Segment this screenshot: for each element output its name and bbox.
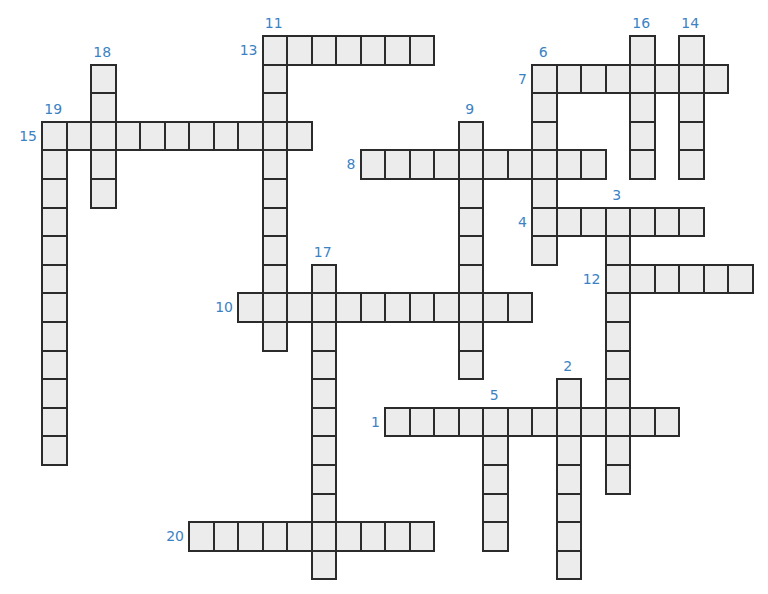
grid-cell[interactable] bbox=[311, 35, 338, 66]
grid-cell[interactable] bbox=[703, 264, 730, 295]
grid-cell[interactable] bbox=[286, 35, 313, 66]
crossword-board: 1234567891011121314151617181920 bbox=[0, 0, 768, 594]
grid-cell[interactable] bbox=[458, 235, 485, 266]
grid-cell[interactable] bbox=[458, 407, 485, 438]
grid-cell[interactable] bbox=[507, 292, 534, 323]
grid-cell[interactable] bbox=[458, 178, 485, 209]
grid-cell[interactable] bbox=[605, 321, 632, 352]
grid-cell[interactable] bbox=[41, 378, 68, 409]
clue-number-5-down: 5 bbox=[474, 386, 514, 404]
grid-cell[interactable] bbox=[580, 407, 607, 438]
grid-cell[interactable] bbox=[213, 521, 240, 552]
grid-cell[interactable] bbox=[629, 407, 656, 438]
grid-cell[interactable] bbox=[286, 292, 313, 323]
grid-cell[interactable] bbox=[531, 407, 558, 438]
grid-cell[interactable] bbox=[409, 35, 436, 66]
grid-cell[interactable] bbox=[458, 350, 485, 381]
grid-cell[interactable] bbox=[41, 207, 68, 238]
grid-cell[interactable] bbox=[556, 207, 583, 238]
grid-cell[interactable] bbox=[605, 264, 632, 295]
grid-cell[interactable] bbox=[41, 435, 68, 466]
clue-number-4-across: 4 bbox=[489, 213, 527, 231]
grid-cell[interactable] bbox=[384, 407, 411, 438]
grid-cell[interactable] bbox=[507, 149, 534, 180]
grid-cell[interactable] bbox=[629, 92, 656, 123]
grid-cell[interactable] bbox=[409, 521, 436, 552]
clue-number-1-across: 1 bbox=[342, 413, 380, 431]
grid-cell[interactable] bbox=[605, 235, 632, 266]
grid-cell[interactable] bbox=[237, 521, 264, 552]
grid-cell[interactable] bbox=[335, 292, 362, 323]
grid-cell[interactable] bbox=[311, 464, 338, 495]
grid-cell[interactable] bbox=[605, 407, 632, 438]
grid-cell[interactable] bbox=[262, 35, 289, 66]
grid-cell[interactable] bbox=[678, 35, 705, 66]
grid-cell[interactable] bbox=[556, 464, 583, 495]
grid-cell[interactable] bbox=[384, 35, 411, 66]
grid-cell[interactable] bbox=[90, 178, 117, 209]
clue-number-10-across: 10 bbox=[195, 298, 233, 316]
grid-cell[interactable] bbox=[458, 264, 485, 295]
grid-cell[interactable] bbox=[556, 407, 583, 438]
grid-cell[interactable] bbox=[531, 207, 558, 238]
grid-cell[interactable] bbox=[311, 493, 338, 524]
clue-number-8-across: 8 bbox=[318, 155, 356, 173]
grid-cell[interactable] bbox=[237, 121, 264, 152]
clue-number-20-across: 20 bbox=[146, 527, 184, 545]
grid-cell[interactable] bbox=[90, 92, 117, 123]
clue-number-3-down: 3 bbox=[597, 186, 637, 204]
grid-cell[interactable] bbox=[482, 149, 509, 180]
grid-cell[interactable] bbox=[580, 207, 607, 238]
grid-cell[interactable] bbox=[433, 292, 460, 323]
grid-cell[interactable] bbox=[629, 64, 656, 95]
grid-cell[interactable] bbox=[605, 378, 632, 409]
grid-cell[interactable] bbox=[237, 292, 264, 323]
grid-cell[interactable] bbox=[654, 207, 681, 238]
grid-cell[interactable] bbox=[678, 92, 705, 123]
grid-cell[interactable] bbox=[458, 207, 485, 238]
grid-cell[interactable] bbox=[311, 521, 338, 552]
grid-cell[interactable] bbox=[409, 407, 436, 438]
grid-cell[interactable] bbox=[556, 550, 583, 581]
grid-cell[interactable] bbox=[286, 121, 313, 152]
grid-cell[interactable] bbox=[605, 292, 632, 323]
grid-cell[interactable] bbox=[335, 521, 362, 552]
clue-number-11-down: 11 bbox=[254, 14, 294, 32]
grid-cell[interactable] bbox=[507, 407, 534, 438]
grid-cell[interactable] bbox=[41, 321, 68, 352]
grid-cell[interactable] bbox=[654, 407, 681, 438]
clue-number-7-across: 7 bbox=[489, 70, 527, 88]
grid-cell[interactable] bbox=[41, 178, 68, 209]
grid-cell[interactable] bbox=[262, 149, 289, 180]
grid-cell[interactable] bbox=[678, 149, 705, 180]
grid-cell[interactable] bbox=[556, 493, 583, 524]
grid-cell[interactable] bbox=[262, 207, 289, 238]
grid-cell[interactable] bbox=[213, 121, 240, 152]
clue-number-6-down: 6 bbox=[523, 43, 563, 61]
grid-cell[interactable] bbox=[262, 292, 289, 323]
grid-cell[interactable] bbox=[556, 64, 583, 95]
grid-cell[interactable] bbox=[90, 121, 117, 152]
grid-cell[interactable] bbox=[678, 64, 705, 95]
clue-number-17-down: 17 bbox=[303, 243, 343, 261]
grid-cell[interactable] bbox=[580, 149, 607, 180]
grid-cell[interactable] bbox=[458, 149, 485, 180]
grid-cell[interactable] bbox=[531, 121, 558, 152]
grid-cell[interactable] bbox=[531, 235, 558, 266]
grid-cell[interactable] bbox=[262, 178, 289, 209]
clue-number-14-down: 14 bbox=[670, 14, 710, 32]
grid-cell[interactable] bbox=[311, 350, 338, 381]
grid-cell[interactable] bbox=[188, 121, 215, 152]
clue-number-16-down: 16 bbox=[621, 14, 661, 32]
grid-cell[interactable] bbox=[360, 149, 387, 180]
grid-cell[interactable] bbox=[188, 521, 215, 552]
grid-cell[interactable] bbox=[41, 407, 68, 438]
grid-cell[interactable] bbox=[458, 292, 485, 323]
grid-cell[interactable] bbox=[654, 264, 681, 295]
grid-cell[interactable] bbox=[678, 207, 705, 238]
grid-cell[interactable] bbox=[311, 292, 338, 323]
grid-cell[interactable] bbox=[654, 64, 681, 95]
grid-cell[interactable] bbox=[629, 264, 656, 295]
grid-cell[interactable] bbox=[482, 435, 509, 466]
grid-cell[interactable] bbox=[311, 321, 338, 352]
grid-cell[interactable] bbox=[41, 235, 68, 266]
grid-cell[interactable] bbox=[556, 378, 583, 409]
grid-cell[interactable] bbox=[384, 149, 411, 180]
clue-number-15-across: 15 bbox=[0, 127, 37, 145]
grid-cell[interactable] bbox=[360, 292, 387, 323]
grid-cell[interactable] bbox=[409, 149, 436, 180]
clue-number-12-across: 12 bbox=[563, 270, 601, 288]
grid-cell[interactable] bbox=[482, 407, 509, 438]
grid-cell[interactable] bbox=[605, 435, 632, 466]
grid-cell[interactable] bbox=[90, 64, 117, 95]
grid-cell[interactable] bbox=[262, 64, 289, 95]
grid-cell[interactable] bbox=[678, 121, 705, 152]
grid-cell[interactable] bbox=[409, 292, 436, 323]
grid-cell[interactable] bbox=[115, 121, 142, 152]
grid-cell[interactable] bbox=[482, 464, 509, 495]
clue-number-18-down: 18 bbox=[82, 43, 122, 61]
grid-cell[interactable] bbox=[262, 92, 289, 123]
grid-cell[interactable] bbox=[262, 264, 289, 295]
grid-cell[interactable] bbox=[41, 292, 68, 323]
grid-cell[interactable] bbox=[531, 64, 558, 95]
grid-cell[interactable] bbox=[556, 521, 583, 552]
grid-cell[interactable] bbox=[262, 321, 289, 352]
grid-cell[interactable] bbox=[41, 264, 68, 295]
grid-cell[interactable] bbox=[482, 493, 509, 524]
grid-cell[interactable] bbox=[384, 292, 411, 323]
grid-cell[interactable] bbox=[703, 64, 730, 95]
grid-cell[interactable] bbox=[531, 149, 558, 180]
grid-cell[interactable] bbox=[262, 521, 289, 552]
grid-cell[interactable] bbox=[41, 350, 68, 381]
grid-cell[interactable] bbox=[433, 407, 460, 438]
clue-number-9-down: 9 bbox=[450, 100, 490, 118]
grid-cell[interactable] bbox=[458, 321, 485, 352]
grid-cell[interactable] bbox=[556, 435, 583, 466]
grid-cell[interactable] bbox=[360, 521, 387, 552]
grid-cell[interactable] bbox=[164, 121, 191, 152]
grid-cell[interactable] bbox=[262, 121, 289, 152]
grid-cell[interactable] bbox=[66, 121, 93, 152]
grid-cell[interactable] bbox=[727, 264, 754, 295]
grid-cell[interactable] bbox=[311, 550, 338, 581]
clue-number-2-down: 2 bbox=[548, 357, 588, 375]
grid-cell[interactable] bbox=[286, 521, 313, 552]
grid-cell[interactable] bbox=[605, 207, 632, 238]
grid-cell[interactable] bbox=[556, 149, 583, 180]
clue-number-13-across: 13 bbox=[220, 41, 258, 59]
grid-cell[interactable] bbox=[90, 149, 117, 180]
grid-cell[interactable] bbox=[531, 92, 558, 123]
grid-cell[interactable] bbox=[531, 178, 558, 209]
grid-cell[interactable] bbox=[605, 64, 632, 95]
grid-cell[interactable] bbox=[311, 407, 338, 438]
grid-cell[interactable] bbox=[629, 149, 656, 180]
grid-cell[interactable] bbox=[458, 121, 485, 152]
grid-cell[interactable] bbox=[360, 35, 387, 66]
grid-cell[interactable] bbox=[311, 435, 338, 466]
grid-cell[interactable] bbox=[384, 521, 411, 552]
grid-cell[interactable] bbox=[678, 264, 705, 295]
grid-cell[interactable] bbox=[311, 378, 338, 409]
grid-cell[interactable] bbox=[139, 121, 166, 152]
grid-cell[interactable] bbox=[335, 35, 362, 66]
grid-cell[interactable] bbox=[629, 121, 656, 152]
grid-cell[interactable] bbox=[629, 207, 656, 238]
grid-cell[interactable] bbox=[433, 149, 460, 180]
grid-cell[interactable] bbox=[605, 464, 632, 495]
grid-cell[interactable] bbox=[41, 149, 68, 180]
grid-cell[interactable] bbox=[262, 235, 289, 266]
grid-cell[interactable] bbox=[311, 264, 338, 295]
grid-cell[interactable] bbox=[580, 64, 607, 95]
grid-cell[interactable] bbox=[482, 292, 509, 323]
grid-cell[interactable] bbox=[482, 521, 509, 552]
grid-cell[interactable] bbox=[41, 121, 68, 152]
grid-cell[interactable] bbox=[605, 350, 632, 381]
grid-cell[interactable] bbox=[629, 35, 656, 66]
clue-number-19-down: 19 bbox=[33, 100, 73, 118]
